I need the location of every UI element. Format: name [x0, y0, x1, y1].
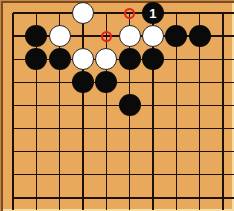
go-board: 1 — [0, 0, 234, 211]
board-grid: 1 — [1, 2, 234, 210]
intersection-r4c3[interactable] — [48, 71, 71, 94]
intersection-r2c2[interactable] — [25, 25, 48, 48]
intersection-r4c1[interactable] — [1, 71, 24, 94]
intersection-r3c3[interactable] — [48, 48, 71, 71]
intersection-r6c5[interactable] — [95, 117, 118, 140]
intersection-r9c8[interactable] — [165, 186, 188, 209]
intersection-r6c8[interactable] — [165, 117, 188, 140]
intersection-r9c10[interactable] — [211, 186, 234, 209]
move-number-label: 1 — [149, 6, 156, 19]
intersection-r8c1[interactable] — [1, 163, 24, 186]
black-stone — [165, 25, 187, 47]
intersection-r6c2[interactable] — [25, 117, 48, 140]
white-stone — [72, 48, 94, 70]
intersection-r3c2[interactable] — [25, 48, 48, 71]
intersection-r5c7[interactable] — [141, 94, 164, 117]
intersection-r5c5[interactable] — [95, 94, 118, 117]
intersection-r7c6[interactable] — [118, 140, 141, 163]
intersection-r6c7[interactable] — [141, 117, 164, 140]
intersection-r9c7[interactable] — [141, 186, 164, 209]
intersection-r4c7[interactable] — [141, 71, 164, 94]
intersection-r7c1[interactable] — [1, 140, 24, 163]
intersection-r1c7[interactable]: 1 — [141, 2, 164, 25]
intersection-r9c6[interactable] — [118, 186, 141, 209]
intersection-r6c3[interactable] — [48, 117, 71, 140]
intersection-r5c3[interactable] — [48, 94, 71, 117]
intersection-r3c8[interactable] — [165, 48, 188, 71]
intersection-r4c4[interactable] — [71, 71, 94, 94]
intersection-r4c8[interactable] — [165, 71, 188, 94]
black-stone-move-1: 1 — [142, 2, 164, 24]
intersection-r7c7[interactable] — [141, 140, 164, 163]
intersection-r3c10[interactable] — [211, 48, 234, 71]
intersection-r2c4[interactable] — [71, 25, 94, 48]
intersection-r5c6[interactable] — [118, 94, 141, 117]
white-stone — [49, 25, 71, 47]
intersection-r1c8[interactable] — [165, 2, 188, 25]
intersection-r6c1[interactable] — [1, 117, 24, 140]
intersection-r3c4[interactable] — [71, 48, 94, 71]
intersection-r6c6[interactable] — [118, 117, 141, 140]
intersection-r1c10[interactable] — [211, 2, 234, 25]
intersection-r3c6[interactable] — [118, 48, 141, 71]
intersection-r8c6[interactable] — [118, 163, 141, 186]
intersection-r9c2[interactable] — [25, 186, 48, 209]
intersection-r8c8[interactable] — [165, 163, 188, 186]
intersection-r9c4[interactable] — [71, 186, 94, 209]
intersection-r4c2[interactable] — [25, 71, 48, 94]
intersection-r5c10[interactable] — [211, 94, 234, 117]
intersection-r9c3[interactable] — [48, 186, 71, 209]
red-circle-marker-icon — [124, 8, 135, 19]
black-stone — [189, 25, 211, 47]
intersection-r6c4[interactable] — [71, 117, 94, 140]
intersection-r5c8[interactable] — [165, 94, 188, 117]
intersection-r6c9[interactable] — [188, 117, 211, 140]
intersection-r3c7[interactable] — [141, 48, 164, 71]
intersection-r9c9[interactable] — [188, 186, 211, 209]
intersection-r8c4[interactable] — [71, 163, 94, 186]
intersection-r1c4[interactable] — [71, 2, 94, 25]
intersection-r7c3[interactable] — [48, 140, 71, 163]
intersection-r4c5[interactable] — [95, 71, 118, 94]
intersection-r7c8[interactable] — [165, 140, 188, 163]
intersection-r7c4[interactable] — [71, 140, 94, 163]
black-stone — [49, 48, 71, 70]
intersection-r8c2[interactable] — [25, 163, 48, 186]
intersection-r1c2[interactable] — [25, 2, 48, 25]
intersection-r9c5[interactable] — [95, 186, 118, 209]
intersection-r4c10[interactable] — [211, 71, 234, 94]
intersection-r8c9[interactable] — [188, 163, 211, 186]
intersection-r6c10[interactable] — [211, 117, 234, 140]
white-stone — [95, 48, 117, 70]
intersection-r3c1[interactable] — [1, 48, 24, 71]
intersection-r1c6[interactable] — [118, 2, 141, 25]
intersection-r1c5[interactable] — [95, 2, 118, 25]
intersection-r3c5[interactable] — [95, 48, 118, 71]
white-stone — [142, 25, 164, 47]
intersection-r7c9[interactable] — [188, 140, 211, 163]
intersection-r2c7[interactable] — [141, 25, 164, 48]
intersection-r5c9[interactable] — [188, 94, 211, 117]
black-stone — [72, 71, 94, 93]
intersection-r2c9[interactable] — [188, 25, 211, 48]
intersection-r8c7[interactable] — [141, 163, 164, 186]
intersection-r8c10[interactable] — [211, 163, 234, 186]
intersection-r7c10[interactable] — [211, 140, 234, 163]
intersection-r8c5[interactable] — [95, 163, 118, 186]
black-stone — [25, 25, 47, 47]
black-stone — [142, 48, 164, 70]
intersection-r2c1[interactable] — [1, 25, 24, 48]
intersection-r9c1[interactable] — [1, 186, 24, 209]
white-stone — [119, 25, 141, 47]
intersection-r1c9[interactable] — [188, 2, 211, 25]
white-stone — [72, 2, 94, 24]
intersection-r4c6[interactable] — [118, 71, 141, 94]
intersection-r3c9[interactable] — [188, 48, 211, 71]
intersection-r2c6[interactable] — [118, 25, 141, 48]
intersection-r1c1[interactable] — [1, 2, 24, 25]
black-stone — [25, 48, 47, 70]
intersection-r5c2[interactable] — [25, 94, 48, 117]
intersection-r2c5[interactable] — [95, 25, 118, 48]
intersection-r2c3[interactable] — [48, 25, 71, 48]
black-stone — [119, 94, 141, 116]
intersection-r5c1[interactable] — [1, 94, 24, 117]
intersection-r2c10[interactable] — [211, 25, 234, 48]
intersection-r8c3[interactable] — [48, 163, 71, 186]
intersection-r5c4[interactable] — [71, 94, 94, 117]
red-circle-marker-icon — [101, 31, 112, 42]
intersection-r4c9[interactable] — [188, 71, 211, 94]
intersection-r2c8[interactable] — [165, 25, 188, 48]
black-stone — [119, 48, 141, 70]
intersection-r7c5[interactable] — [95, 140, 118, 163]
intersection-r1c3[interactable] — [48, 2, 71, 25]
intersection-r7c2[interactable] — [25, 140, 48, 163]
black-stone — [95, 71, 117, 93]
